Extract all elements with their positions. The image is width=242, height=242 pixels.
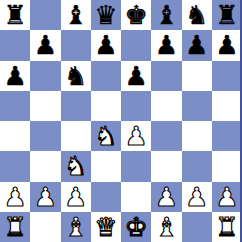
square-c8[interactable]: ♝ xyxy=(61,0,91,30)
square-h6[interactable] xyxy=(212,61,242,91)
black-pawn-piece[interactable]: ♟ xyxy=(34,30,57,60)
square-h3[interactable] xyxy=(212,151,242,181)
square-e5[interactable] xyxy=(121,91,151,121)
black-rook-piece[interactable]: ♜ xyxy=(215,0,238,30)
square-b8[interactable] xyxy=(30,0,60,30)
square-c1[interactable]: ♝ xyxy=(61,212,91,242)
board-grid: ♜♝♛♚♝♞♜♟♟♟♟♟♟♞♟♞♟♞♟♟♟♟♟♟♜♝♛♚♝♜ xyxy=(0,0,242,242)
square-e7[interactable] xyxy=(121,30,151,60)
square-e6[interactable]: ♟ xyxy=(121,61,151,91)
square-c4[interactable] xyxy=(61,121,91,151)
white-knight-piece[interactable]: ♞ xyxy=(64,151,87,181)
black-pawn-piece[interactable]: ♟ xyxy=(185,30,208,60)
black-rook-piece[interactable]: ♜ xyxy=(3,0,26,30)
square-g3[interactable] xyxy=(182,151,212,181)
white-bishop-piece[interactable]: ♝ xyxy=(64,212,87,242)
white-king-piece[interactable]: ♚ xyxy=(124,212,147,242)
square-g1[interactable] xyxy=(182,212,212,242)
square-b2[interactable]: ♟ xyxy=(30,182,60,212)
square-d4[interactable]: ♞ xyxy=(91,121,121,151)
square-e3[interactable] xyxy=(121,151,151,181)
square-c2[interactable]: ♟ xyxy=(61,182,91,212)
square-f8[interactable]: ♝ xyxy=(151,0,181,30)
square-a1[interactable]: ♜ xyxy=(0,212,30,242)
square-f7[interactable]: ♟ xyxy=(151,30,181,60)
square-a4[interactable] xyxy=(0,121,30,151)
square-d8[interactable]: ♛ xyxy=(91,0,121,30)
black-knight-piece[interactable]: ♞ xyxy=(64,61,87,91)
white-pawn-piece[interactable]: ♟ xyxy=(124,121,147,151)
square-d2[interactable] xyxy=(91,182,121,212)
chess-board: ♜♝♛♚♝♞♜♟♟♟♟♟♟♞♟♞♟♞♟♟♟♟♟♟♜♝♛♚♝♜ xyxy=(0,0,242,242)
square-b3[interactable] xyxy=(30,151,60,181)
black-knight-piece[interactable]: ♞ xyxy=(185,0,208,30)
square-c3[interactable]: ♞ xyxy=(61,151,91,181)
black-pawn-piece[interactable]: ♟ xyxy=(124,61,147,91)
square-e8[interactable]: ♚ xyxy=(121,0,151,30)
square-h4[interactable] xyxy=(212,121,242,151)
black-bishop-piece[interactable]: ♝ xyxy=(64,0,87,30)
square-f2[interactable]: ♟ xyxy=(151,182,181,212)
black-bishop-piece[interactable]: ♝ xyxy=(155,0,178,30)
square-a2[interactable]: ♟ xyxy=(0,182,30,212)
square-b6[interactable] xyxy=(30,61,60,91)
black-pawn-piece[interactable]: ♟ xyxy=(215,30,238,60)
black-king-piece[interactable]: ♚ xyxy=(124,0,147,30)
white-knight-piece[interactable]: ♞ xyxy=(94,121,117,151)
square-e2[interactable] xyxy=(121,182,151,212)
square-d6[interactable] xyxy=(91,61,121,91)
square-e4[interactable]: ♟ xyxy=(121,121,151,151)
square-f1[interactable]: ♝ xyxy=(151,212,181,242)
square-h7[interactable]: ♟ xyxy=(212,30,242,60)
square-a8[interactable]: ♜ xyxy=(0,0,30,30)
square-h5[interactable] xyxy=(212,91,242,121)
square-f3[interactable] xyxy=(151,151,181,181)
square-c7[interactable] xyxy=(61,30,91,60)
square-d7[interactable]: ♟ xyxy=(91,30,121,60)
white-pawn-piece[interactable]: ♟ xyxy=(3,182,26,212)
square-a6[interactable]: ♟ xyxy=(0,61,30,91)
square-b7[interactable]: ♟ xyxy=(30,30,60,60)
square-g8[interactable]: ♞ xyxy=(182,0,212,30)
square-g7[interactable]: ♟ xyxy=(182,30,212,60)
black-pawn-piece[interactable]: ♟ xyxy=(155,30,178,60)
square-e1[interactable]: ♚ xyxy=(121,212,151,242)
square-b1[interactable] xyxy=(30,212,60,242)
white-rook-piece[interactable]: ♜ xyxy=(3,212,26,242)
square-g4[interactable] xyxy=(182,121,212,151)
square-g5[interactable] xyxy=(182,91,212,121)
square-f6[interactable] xyxy=(151,61,181,91)
square-h1[interactable]: ♜ xyxy=(212,212,242,242)
square-h2[interactable]: ♟ xyxy=(212,182,242,212)
white-pawn-piece[interactable]: ♟ xyxy=(215,182,238,212)
white-queen-piece[interactable]: ♛ xyxy=(94,212,117,242)
black-queen-piece[interactable]: ♛ xyxy=(94,0,117,30)
square-b5[interactable] xyxy=(30,91,60,121)
square-d1[interactable]: ♛ xyxy=(91,212,121,242)
square-g2[interactable]: ♟ xyxy=(182,182,212,212)
square-f4[interactable] xyxy=(151,121,181,151)
white-pawn-piece[interactable]: ♟ xyxy=(185,182,208,212)
square-d3[interactable] xyxy=(91,151,121,181)
square-f5[interactable] xyxy=(151,91,181,121)
white-bishop-piece[interactable]: ♝ xyxy=(155,212,178,242)
square-c6[interactable]: ♞ xyxy=(61,61,91,91)
square-a3[interactable] xyxy=(0,151,30,181)
square-d5[interactable] xyxy=(91,91,121,121)
black-pawn-piece[interactable]: ♟ xyxy=(94,30,117,60)
square-g6[interactable] xyxy=(182,61,212,91)
square-c5[interactable] xyxy=(61,91,91,121)
white-pawn-piece[interactable]: ♟ xyxy=(64,182,87,212)
square-a7[interactable] xyxy=(0,30,30,60)
black-pawn-piece[interactable]: ♟ xyxy=(3,61,26,91)
square-a5[interactable] xyxy=(0,91,30,121)
white-rook-piece[interactable]: ♜ xyxy=(215,212,238,242)
white-pawn-piece[interactable]: ♟ xyxy=(155,182,178,212)
white-pawn-piece[interactable]: ♟ xyxy=(34,182,57,212)
square-b4[interactable] xyxy=(30,121,60,151)
square-h8[interactable]: ♜ xyxy=(212,0,242,30)
